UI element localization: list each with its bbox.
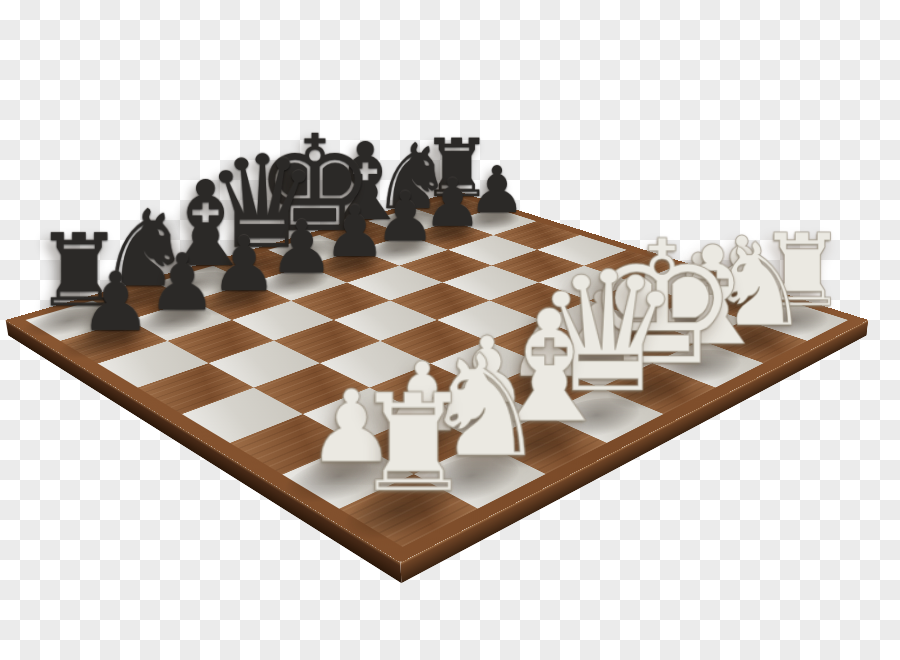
chessboard: ♜♞♝♛♚♝♞♜♟♟♟♟♟♟♟♟♟♟♟♟♟♟♟♟♜♞♝♛♚♝♞♜	[6, 191, 869, 563]
transparent-background: ♜♞♝♛♚♝♞♜♟♟♟♟♟♟♟♟♟♟♟♟♟♟♟♟♜♞♝♛♚♝♞♜	[0, 0, 900, 660]
white-rook-a1: ♜	[305, 377, 520, 512]
black-pawn-a7: ♟	[33, 261, 199, 342]
